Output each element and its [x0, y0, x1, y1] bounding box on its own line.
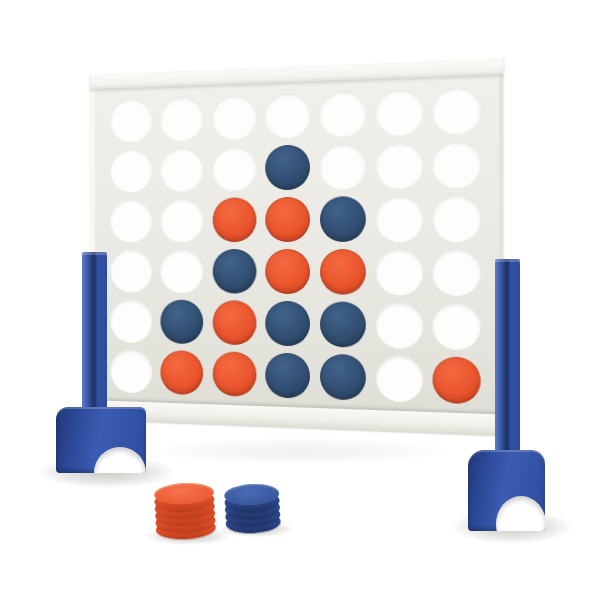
cell-r3c2	[156, 195, 208, 246]
empty-hole	[110, 199, 152, 243]
cell-r6c2	[156, 346, 208, 398]
orange-disc	[320, 249, 366, 295]
cell-r5c4	[261, 297, 315, 350]
right-foot-arch-cutout	[496, 496, 545, 531]
orange-disc-stack	[154, 481, 217, 542]
cell-r1c1	[106, 95, 157, 147]
cell-r4c7	[428, 245, 486, 299]
empty-hole	[376, 196, 423, 242]
orange-disc	[161, 350, 204, 395]
empty-hole	[376, 302, 423, 349]
empty-hole	[110, 348, 152, 393]
cell-r5c7	[428, 299, 486, 354]
cell-r3c5	[315, 193, 371, 246]
cell-r4c2	[156, 246, 208, 297]
cell-r2c7	[428, 137, 486, 192]
cell-r1c4	[261, 89, 315, 142]
navy-disc	[266, 300, 311, 346]
cell-r1c5	[315, 87, 371, 141]
orange-disc	[213, 351, 257, 397]
cell-r6c4	[261, 349, 315, 402]
navy-disc	[320, 301, 366, 347]
orange-disc	[213, 300, 257, 345]
navy-disc	[266, 145, 311, 191]
empty-hole	[213, 94, 257, 140]
empty-hole	[433, 249, 481, 296]
cell-r3c7	[428, 191, 486, 245]
blue-disc-stack	[224, 483, 282, 536]
empty-hole	[161, 147, 204, 192]
empty-hole	[161, 96, 204, 141]
cell-r3c1	[106, 195, 157, 245]
empty-hole	[110, 98, 152, 143]
empty-hole	[110, 148, 152, 192]
orange-disc	[266, 197, 311, 242]
cell-r3c3	[208, 194, 261, 246]
orange-disc	[266, 249, 311, 294]
orange-disc	[213, 197, 257, 242]
empty-hole	[376, 355, 423, 402]
cell-r2c4	[261, 141, 315, 194]
cell-r4c5	[315, 245, 371, 298]
empty-hole	[376, 249, 423, 295]
empty-hole	[161, 198, 204, 242]
game-board	[90, 59, 503, 436]
cell-r2c2	[156, 144, 208, 196]
cell-r2c5	[315, 140, 371, 193]
empty-hole	[433, 87, 481, 135]
cell-r5c2	[156, 296, 208, 347]
cell-r6c6	[371, 351, 428, 406]
empty-hole	[213, 146, 257, 191]
empty-hole	[433, 141, 481, 189]
empty-hole	[110, 299, 152, 343]
empty-hole	[110, 249, 152, 293]
cell-r4c6	[371, 245, 428, 298]
cell-r2c6	[371, 139, 428, 193]
right-stand-post	[495, 259, 520, 469]
left-stand-foot	[56, 407, 146, 473]
left-foot-arch-cutout	[94, 447, 146, 473]
cell-r4c4	[261, 245, 315, 297]
cell-r5c5	[315, 298, 371, 351]
empty-hole	[161, 249, 204, 293]
empty-hole	[266, 93, 311, 139]
cell-r5c1	[106, 295, 157, 346]
left-stand-post	[82, 252, 107, 422]
cell-r2c3	[208, 142, 261, 194]
cell-r1c2	[156, 93, 208, 145]
cell-r5c3	[208, 296, 261, 348]
empty-hole	[433, 195, 481, 242]
cell-r6c1	[106, 345, 157, 396]
cell-r1c7	[428, 83, 486, 138]
cell-r1c3	[208, 91, 261, 144]
cell-r3c6	[371, 192, 428, 245]
cell-r3c4	[261, 193, 315, 245]
cell-r1c6	[371, 85, 428, 140]
navy-disc	[320, 196, 366, 242]
cell-r2c1	[106, 145, 157, 196]
cell-r6c7	[428, 352, 486, 407]
empty-hole	[376, 142, 423, 189]
empty-hole	[320, 91, 366, 138]
connect-four-product-scene	[0, 0, 600, 600]
navy-disc	[161, 299, 204, 344]
empty-hole	[433, 302, 481, 349]
cell-r5c6	[371, 298, 428, 352]
board-panel	[90, 59, 503, 436]
board-grid	[95, 74, 499, 414]
empty-hole	[376, 89, 423, 136]
empty-hole	[320, 143, 366, 189]
cell-r6c3	[208, 347, 261, 400]
cell-r4c3	[208, 245, 261, 297]
orange-disc	[433, 356, 481, 404]
board-floor-shadow	[150, 438, 450, 464]
right-stand-foot	[468, 450, 545, 531]
navy-disc	[266, 352, 311, 398]
navy-disc	[320, 353, 366, 400]
cell-r4c1	[106, 246, 157, 296]
cell-r6c5	[315, 350, 371, 404]
navy-disc	[213, 249, 257, 294]
